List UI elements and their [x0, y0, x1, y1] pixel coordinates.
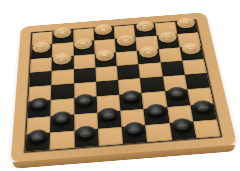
- square-r7c4[interactable]: ⛂: [97, 110, 122, 128]
- square-r8c8[interactable]: [193, 119, 220, 138]
- square-r4c3[interactable]: [73, 67, 95, 83]
- dark-piece[interactable]: ⛂: [51, 111, 71, 127]
- square-r4c6[interactable]: [139, 62, 163, 78]
- checkers-board: ⛀⛀⛀⛀⛀⛀⛀⛀⛀⛀⛀⛀⛂⛂⛂⛂⛂⛂⛂⛂⛂⛂⛂⛂: [11, 12, 238, 163]
- square-r5c2[interactable]: [51, 83, 74, 100]
- square-r7c8[interactable]: ⛂: [190, 103, 217, 121]
- dark-piece[interactable]: ⛂: [121, 90, 142, 105]
- square-r3c6[interactable]: ⛀: [137, 49, 160, 64]
- dark-piece[interactable]: ⛂: [75, 125, 96, 141]
- square-r8c6[interactable]: [145, 123, 171, 142]
- dark-piece[interactable]: ⛂: [123, 122, 145, 138]
- dark-piece[interactable]: ⛂: [166, 86, 188, 101]
- square-r8c3[interactable]: ⛂: [74, 129, 99, 148]
- square-r8c2[interactable]: [50, 131, 74, 150]
- dark-piece[interactable]: ⛂: [75, 93, 95, 108]
- light-piece[interactable]: ⛀: [176, 17, 196, 29]
- square-r7c2[interactable]: ⛂: [50, 114, 74, 132]
- square-r4c8[interactable]: [182, 59, 207, 75]
- square-r4c4[interactable]: [95, 66, 118, 82]
- square-r8c5[interactable]: ⛂: [122, 125, 148, 144]
- square-r3c8[interactable]: ⛀: [179, 45, 203, 60]
- square-r2c5[interactable]: ⛀: [115, 37, 137, 52]
- square-r8c7[interactable]: ⛂: [169, 121, 196, 140]
- dark-piece[interactable]: ⛂: [98, 107, 119, 123]
- light-piece[interactable]: ⛀: [53, 26, 71, 38]
- light-piece[interactable]: ⛀: [116, 34, 135, 47]
- light-piece[interactable]: ⛀: [74, 37, 92, 50]
- dark-piece[interactable]: ⛂: [27, 129, 48, 145]
- light-piece[interactable]: ⛀: [95, 23, 113, 35]
- light-piece[interactable]: ⛀: [96, 49, 115, 62]
- light-piece[interactable]: ⛀: [158, 31, 178, 43]
- board-grid: ⛀⛀⛀⛀⛀⛀⛀⛀⛀⛀⛀⛀⛂⛂⛂⛂⛂⛂⛂⛂⛂⛂⛂⛂: [26, 20, 221, 151]
- square-r8c1[interactable]: ⛂: [26, 132, 51, 151]
- light-piece[interactable]: ⛀: [136, 20, 155, 32]
- square-r8c4[interactable]: [98, 127, 123, 146]
- dark-piece[interactable]: ⛂: [28, 97, 48, 112]
- dark-piece[interactable]: ⛂: [171, 118, 194, 134]
- light-piece[interactable]: ⛀: [53, 52, 72, 65]
- square-r6c3[interactable]: ⛂: [74, 97, 97, 114]
- square-r3c4[interactable]: ⛀: [95, 52, 117, 67]
- square-r3c3[interactable]: [73, 54, 95, 69]
- square-r4c1[interactable]: [29, 71, 52, 87]
- light-piece[interactable]: ⛀: [138, 45, 158, 58]
- square-r7c6[interactable]: ⛂: [144, 107, 170, 125]
- light-piece[interactable]: ⛀: [181, 42, 202, 55]
- light-piece[interactable]: ⛀: [32, 41, 50, 54]
- photo-canvas: ⛀⛀⛀⛀⛀⛀⛀⛀⛀⛀⛀⛀⛂⛂⛂⛂⛂⛂⛂⛂⛂⛂⛂⛂: [0, 0, 240, 171]
- dark-piece[interactable]: ⛂: [145, 104, 167, 119]
